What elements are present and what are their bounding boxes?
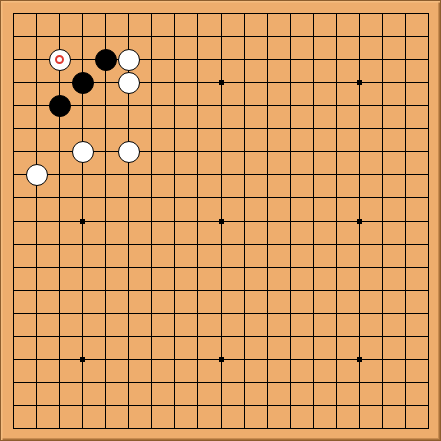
grid-line-horizontal (13, 405, 429, 406)
grid-line-horizontal (13, 428, 429, 429)
grid-line-vertical (244, 13, 245, 429)
white-stone-D13 (72, 141, 94, 163)
black-stone-D16 (72, 72, 94, 94)
star-point (219, 219, 224, 224)
grid-line-vertical (267, 13, 268, 429)
star-point (80, 357, 85, 362)
white-stone-F16 (118, 72, 140, 94)
grid-line-horizontal (13, 336, 429, 337)
white-stone-F17 (118, 49, 140, 71)
goban (0, 0, 441, 441)
white-stone-B12 (26, 164, 48, 186)
grid-line-vertical (428, 13, 429, 429)
white-stone-C17 (49, 49, 71, 71)
circle-marker (55, 55, 64, 64)
grid-line-horizontal (13, 313, 429, 314)
star-point (357, 219, 362, 224)
star-point (219, 80, 224, 85)
white-stone-F13 (118, 141, 140, 163)
star-point (219, 357, 224, 362)
star-point (80, 219, 85, 224)
grid-line-vertical (313, 13, 314, 429)
grid-line-horizontal (13, 244, 429, 245)
star-point (357, 357, 362, 362)
black-stone-C15 (49, 95, 71, 117)
black-stone-E17 (95, 49, 117, 71)
grid-line-vertical (290, 13, 291, 429)
grid-line-vertical (336, 13, 337, 429)
grid-line-vertical (382, 13, 383, 429)
star-point (357, 80, 362, 85)
grid-line-vertical (405, 13, 406, 429)
grid-line-horizontal (13, 267, 429, 268)
grid-line-horizontal (13, 382, 429, 383)
grid-line-horizontal (13, 290, 429, 291)
